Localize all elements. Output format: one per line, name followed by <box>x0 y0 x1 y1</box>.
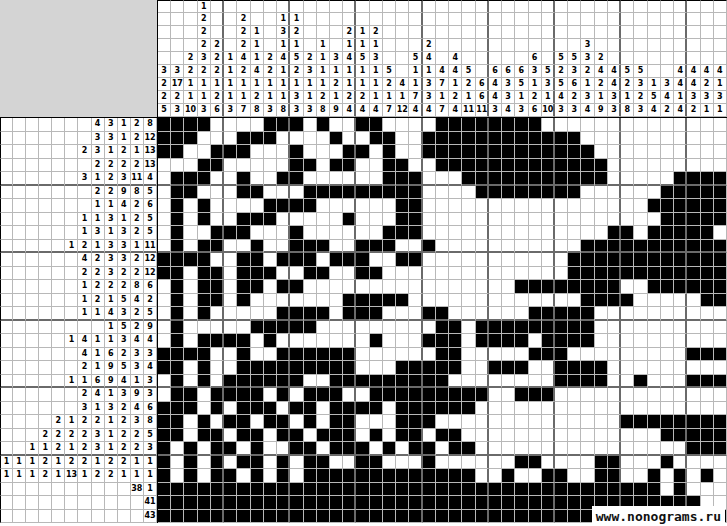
grid-cell[interactable] <box>568 280 581 294</box>
grid-cell[interactable] <box>714 307 727 321</box>
grid-cell[interactable] <box>198 280 211 294</box>
grid-cell[interactable] <box>198 199 211 213</box>
grid-cell[interactable] <box>661 186 674 200</box>
grid-cell[interactable] <box>581 240 594 254</box>
grid-cell[interactable] <box>634 429 647 443</box>
grid-cell[interactable] <box>515 375 528 389</box>
grid-cell[interactable] <box>555 132 568 146</box>
grid-cell[interactable] <box>714 442 727 456</box>
grid-cell[interactable] <box>568 132 581 146</box>
grid-cell[interactable] <box>581 294 594 308</box>
grid-cell[interactable] <box>409 280 422 294</box>
grid-cell[interactable] <box>555 388 568 402</box>
grid-cell[interactable] <box>515 267 528 281</box>
grid-cell[interactable] <box>224 267 237 281</box>
grid-cell[interactable] <box>648 226 661 240</box>
grid-cell[interactable] <box>515 402 528 416</box>
grid-cell[interactable] <box>595 321 608 335</box>
grid-cell[interactable] <box>568 456 581 470</box>
grid-cell[interactable] <box>356 415 369 429</box>
grid-cell[interactable] <box>701 186 714 200</box>
grid-cell[interactable] <box>423 375 436 389</box>
grid-cell[interactable] <box>608 307 621 321</box>
grid-cell[interactable] <box>714 199 727 213</box>
grid-cell[interactable] <box>489 456 502 470</box>
grid-cell[interactable] <box>237 307 250 321</box>
grid-cell[interactable] <box>529 334 542 348</box>
grid-cell[interactable] <box>211 483 224 497</box>
grid-cell[interactable] <box>555 226 568 240</box>
grid-cell[interactable] <box>687 132 700 146</box>
grid-cell[interactable] <box>330 321 343 335</box>
grid-cell[interactable] <box>198 118 211 132</box>
grid-cell[interactable] <box>158 415 171 429</box>
grid-cell[interactable] <box>714 213 727 227</box>
grid-cell[interactable] <box>515 388 528 402</box>
grid-cell[interactable] <box>462 334 475 348</box>
grid-cell[interactable] <box>701 267 714 281</box>
grid-cell[interactable] <box>184 321 197 335</box>
grid-cell[interactable] <box>568 186 581 200</box>
grid-cell[interactable] <box>568 267 581 281</box>
grid-cell[interactable] <box>396 145 409 159</box>
grid-cell[interactable] <box>211 402 224 416</box>
grid-cell[interactable] <box>198 321 211 335</box>
grid-cell[interactable] <box>290 334 303 348</box>
grid-cell[interactable] <box>264 483 277 497</box>
grid-cell[interactable] <box>634 361 647 375</box>
grid-cell[interactable] <box>423 132 436 146</box>
grid-cell[interactable] <box>277 375 290 389</box>
grid-cell[interactable] <box>595 402 608 416</box>
grid-cell[interactable] <box>581 145 594 159</box>
grid-cell[interactable] <box>449 442 462 456</box>
grid-cell[interactable] <box>211 307 224 321</box>
grid-cell[interactable] <box>158 456 171 470</box>
grid-cell[interactable] <box>714 388 727 402</box>
grid-cell[interactable] <box>674 240 687 254</box>
grid-cell[interactable] <box>449 253 462 267</box>
grid-cell[interactable] <box>648 402 661 416</box>
grid-cell[interactable] <box>343 361 356 375</box>
grid-cell[interactable] <box>568 429 581 443</box>
grid-cell[interactable] <box>608 280 621 294</box>
grid-cell[interactable] <box>158 213 171 227</box>
grid-cell[interactable] <box>608 442 621 456</box>
grid-cell[interactable] <box>555 172 568 186</box>
grid-cell[interactable] <box>595 442 608 456</box>
grid-cell[interactable] <box>396 510 409 524</box>
grid-cell[interactable] <box>409 226 422 240</box>
grid-cell[interactable] <box>423 361 436 375</box>
grid-cell[interactable] <box>674 145 687 159</box>
grid-cell[interactable] <box>211 361 224 375</box>
grid-cell[interactable] <box>568 402 581 416</box>
grid-cell[interactable] <box>211 186 224 200</box>
grid-cell[interactable] <box>224 280 237 294</box>
grid-cell[interactable] <box>608 186 621 200</box>
grid-cell[interactable] <box>436 348 449 362</box>
grid-cell[interactable] <box>608 321 621 335</box>
grid-cell[interactable] <box>621 307 634 321</box>
grid-cell[interactable] <box>224 240 237 254</box>
grid-cell[interactable] <box>489 415 502 429</box>
grid-cell[interactable] <box>661 267 674 281</box>
grid-cell[interactable] <box>317 442 330 456</box>
grid-cell[interactable] <box>714 469 727 483</box>
grid-cell[interactable] <box>370 253 383 267</box>
grid-cell[interactable] <box>462 375 475 389</box>
grid-cell[interactable] <box>251 226 264 240</box>
grid-cell[interactable] <box>714 280 727 294</box>
grid-cell[interactable] <box>184 429 197 443</box>
grid-cell[interactable] <box>581 172 594 186</box>
grid-cell[interactable] <box>237 334 250 348</box>
grid-cell[interactable] <box>158 267 171 281</box>
grid-cell[interactable] <box>237 442 250 456</box>
grid-cell[interactable] <box>515 172 528 186</box>
grid-cell[interactable] <box>608 132 621 146</box>
grid-cell[interactable] <box>423 118 436 132</box>
grid-cell[interactable] <box>423 267 436 281</box>
grid-cell[interactable] <box>343 199 356 213</box>
grid-cell[interactable] <box>370 510 383 524</box>
grid-cell[interactable] <box>317 186 330 200</box>
grid-cell[interactable] <box>343 294 356 308</box>
grid-cell[interactable] <box>370 388 383 402</box>
grid-cell[interactable] <box>648 334 661 348</box>
grid-cell[interactable] <box>396 226 409 240</box>
grid-cell[interactable] <box>542 361 555 375</box>
grid-cell[interactable] <box>436 496 449 510</box>
grid-cell[interactable] <box>555 361 568 375</box>
grid-cell[interactable] <box>317 510 330 524</box>
grid-cell[interactable] <box>674 361 687 375</box>
grid-cell[interactable] <box>621 145 634 159</box>
grid-cell[interactable] <box>476 253 489 267</box>
grid-cell[interactable] <box>555 429 568 443</box>
grid-cell[interactable] <box>714 240 727 254</box>
grid-cell[interactable] <box>251 375 264 389</box>
grid-cell[interactable] <box>343 145 356 159</box>
grid-cell[interactable] <box>568 172 581 186</box>
grid-cell[interactable] <box>502 213 515 227</box>
grid-cell[interactable] <box>568 361 581 375</box>
grid-cell[interactable] <box>462 199 475 213</box>
grid-cell[interactable] <box>542 186 555 200</box>
grid-cell[interactable] <box>198 442 211 456</box>
grid-cell[interactable] <box>568 415 581 429</box>
grid-cell[interactable] <box>476 186 489 200</box>
grid-cell[interactable] <box>171 199 184 213</box>
grid-cell[interactable] <box>409 240 422 254</box>
grid-cell[interactable] <box>317 267 330 281</box>
grid-cell[interactable] <box>370 172 383 186</box>
grid-cell[interactable] <box>621 226 634 240</box>
grid-cell[interactable] <box>462 321 475 335</box>
grid-cell[interactable] <box>304 280 317 294</box>
grid-cell[interactable] <box>290 253 303 267</box>
grid-cell[interactable] <box>277 510 290 524</box>
grid-cell[interactable] <box>277 415 290 429</box>
grid-cell[interactable] <box>158 172 171 186</box>
grid-cell[interactable] <box>423 213 436 227</box>
grid-cell[interactable] <box>701 213 714 227</box>
grid-cell[interactable] <box>343 456 356 470</box>
grid-cell[interactable] <box>184 280 197 294</box>
grid-cell[interactable] <box>317 145 330 159</box>
grid-cell[interactable] <box>184 118 197 132</box>
grid-cell[interactable] <box>701 456 714 470</box>
grid-cell[interactable] <box>409 334 422 348</box>
grid-cell[interactable] <box>290 483 303 497</box>
grid-cell[interactable] <box>383 172 396 186</box>
grid-cell[interactable] <box>409 510 422 524</box>
grid-cell[interactable] <box>317 253 330 267</box>
grid-cell[interactable] <box>449 307 462 321</box>
grid-cell[interactable] <box>648 280 661 294</box>
grid-cell[interactable] <box>581 132 594 146</box>
grid-cell[interactable] <box>224 118 237 132</box>
grid-cell[interactable] <box>383 510 396 524</box>
grid-cell[interactable] <box>264 159 277 173</box>
grid-cell[interactable] <box>476 402 489 416</box>
grid-cell[interactable] <box>581 456 594 470</box>
grid-cell[interactable] <box>436 294 449 308</box>
grid-cell[interactable] <box>330 442 343 456</box>
grid-cell[interactable] <box>581 213 594 227</box>
grid-cell[interactable] <box>198 402 211 416</box>
grid-cell[interactable] <box>158 429 171 443</box>
grid-cell[interactable] <box>184 483 197 497</box>
grid-cell[interactable] <box>555 240 568 254</box>
grid-cell[interactable] <box>396 388 409 402</box>
grid-cell[interactable] <box>409 415 422 429</box>
grid-cell[interactable] <box>317 240 330 254</box>
grid-cell[interactable] <box>542 483 555 497</box>
grid-cell[interactable] <box>489 280 502 294</box>
grid-cell[interactable] <box>251 294 264 308</box>
grid-cell[interactable] <box>211 253 224 267</box>
grid-cell[interactable] <box>237 267 250 281</box>
grid-cell[interactable] <box>462 483 475 497</box>
grid-cell[interactable] <box>449 483 462 497</box>
grid-cell[interactable] <box>171 267 184 281</box>
grid-cell[interactable] <box>251 199 264 213</box>
grid-cell[interactable] <box>542 145 555 159</box>
grid-cell[interactable] <box>409 496 422 510</box>
grid-cell[interactable] <box>648 267 661 281</box>
grid-cell[interactable] <box>198 240 211 254</box>
grid-cell[interactable] <box>462 429 475 443</box>
grid-cell[interactable] <box>330 456 343 470</box>
grid-cell[interactable] <box>184 240 197 254</box>
grid-cell[interactable] <box>634 280 647 294</box>
grid-cell[interactable] <box>251 118 264 132</box>
grid-cell[interactable] <box>171 159 184 173</box>
grid-cell[interactable] <box>330 294 343 308</box>
grid-cell[interactable] <box>462 402 475 416</box>
grid-cell[interactable] <box>462 240 475 254</box>
grid-cell[interactable] <box>595 388 608 402</box>
grid-cell[interactable] <box>171 429 184 443</box>
grid-cell[interactable] <box>581 118 594 132</box>
grid-cell[interactable] <box>502 415 515 429</box>
grid-cell[interactable] <box>423 226 436 240</box>
grid-cell[interactable] <box>529 388 542 402</box>
grid-cell[interactable] <box>356 267 369 281</box>
grid-cell[interactable] <box>687 388 700 402</box>
grid-cell[interactable] <box>423 172 436 186</box>
grid-cell[interactable] <box>184 469 197 483</box>
grid-cell[interactable] <box>237 253 250 267</box>
grid-cell[interactable] <box>449 118 462 132</box>
grid-cell[interactable] <box>370 483 383 497</box>
grid-cell[interactable] <box>423 496 436 510</box>
grid-cell[interactable] <box>158 280 171 294</box>
grid-cell[interactable] <box>595 226 608 240</box>
grid-cell[interactable] <box>687 307 700 321</box>
grid-cell[interactable] <box>529 348 542 362</box>
grid-cell[interactable] <box>515 496 528 510</box>
grid-cell[interactable] <box>224 510 237 524</box>
grid-cell[interactable] <box>343 348 356 362</box>
grid-cell[interactable] <box>502 348 515 362</box>
grid-cell[interactable] <box>687 456 700 470</box>
grid-cell[interactable] <box>237 483 250 497</box>
grid-cell[interactable] <box>489 132 502 146</box>
grid-cell[interactable] <box>661 240 674 254</box>
grid-cell[interactable] <box>409 348 422 362</box>
grid-cell[interactable] <box>542 510 555 524</box>
grid-cell[interactable] <box>343 510 356 524</box>
grid-cell[interactable] <box>608 429 621 443</box>
grid-cell[interactable] <box>343 429 356 443</box>
grid-cell[interactable] <box>370 402 383 416</box>
grid-cell[interactable] <box>621 118 634 132</box>
grid-cell[interactable] <box>489 199 502 213</box>
grid-cell[interactable] <box>264 186 277 200</box>
grid-cell[interactable] <box>621 294 634 308</box>
grid-cell[interactable] <box>674 429 687 443</box>
grid-cell[interactable] <box>634 145 647 159</box>
grid-cell[interactable] <box>462 361 475 375</box>
grid-cell[interactable] <box>237 348 250 362</box>
grid-cell[interactable] <box>198 348 211 362</box>
grid-cell[interactable] <box>595 240 608 254</box>
grid-cell[interactable] <box>568 226 581 240</box>
grid-cell[interactable] <box>396 118 409 132</box>
grid-cell[interactable] <box>595 199 608 213</box>
grid-cell[interactable] <box>502 132 515 146</box>
grid-cell[interactable] <box>356 159 369 173</box>
grid-cell[interactable] <box>648 253 661 267</box>
grid-cell[interactable] <box>502 240 515 254</box>
grid-cell[interactable] <box>184 253 197 267</box>
grid-cell[interactable] <box>529 294 542 308</box>
grid-cell[interactable] <box>542 442 555 456</box>
grid-cell[interactable] <box>184 159 197 173</box>
grid-cell[interactable] <box>356 469 369 483</box>
grid-cell[interactable] <box>290 510 303 524</box>
grid-cell[interactable] <box>542 253 555 267</box>
grid-cell[interactable] <box>317 375 330 389</box>
grid-cell[interactable] <box>290 496 303 510</box>
grid-cell[interactable] <box>171 361 184 375</box>
grid-cell[interactable] <box>370 186 383 200</box>
grid-cell[interactable] <box>409 321 422 335</box>
grid-cell[interactable] <box>529 469 542 483</box>
grid-cell[interactable] <box>502 186 515 200</box>
grid-cell[interactable] <box>409 267 422 281</box>
grid-cell[interactable] <box>383 483 396 497</box>
grid-cell[interactable] <box>409 361 422 375</box>
grid-cell[interactable] <box>184 456 197 470</box>
grid-cell[interactable] <box>251 186 264 200</box>
grid-cell[interactable] <box>251 321 264 335</box>
grid-cell[interactable] <box>356 294 369 308</box>
grid-cell[interactable] <box>290 186 303 200</box>
grid-cell[interactable] <box>674 415 687 429</box>
grid-cell[interactable] <box>237 456 250 470</box>
grid-cell[interactable] <box>343 159 356 173</box>
grid-cell[interactable] <box>462 294 475 308</box>
grid-cell[interactable] <box>648 172 661 186</box>
grid-cell[interactable] <box>304 226 317 240</box>
grid-cell[interactable] <box>595 348 608 362</box>
grid-cell[interactable] <box>436 402 449 416</box>
grid-cell[interactable] <box>198 132 211 146</box>
grid-cell[interactable] <box>581 186 594 200</box>
grid-cell[interactable] <box>184 415 197 429</box>
grid-cell[interactable] <box>621 334 634 348</box>
grid-cell[interactable] <box>251 253 264 267</box>
grid-cell[interactable] <box>211 442 224 456</box>
grid-cell[interactable] <box>687 145 700 159</box>
grid-cell[interactable] <box>383 456 396 470</box>
grid-cell[interactable] <box>529 496 542 510</box>
grid-cell[interactable] <box>701 415 714 429</box>
grid-cell[interactable] <box>317 172 330 186</box>
grid-cell[interactable] <box>701 159 714 173</box>
grid-cell[interactable] <box>476 361 489 375</box>
grid-cell[interactable] <box>608 199 621 213</box>
grid-cell[interactable] <box>701 348 714 362</box>
grid-cell[interactable] <box>595 294 608 308</box>
grid-cell[interactable] <box>304 348 317 362</box>
grid-cell[interactable] <box>330 226 343 240</box>
grid-cell[interactable] <box>714 118 727 132</box>
grid-cell[interactable] <box>304 496 317 510</box>
grid-cell[interactable] <box>396 280 409 294</box>
grid-cell[interactable] <box>701 294 714 308</box>
grid-cell[interactable] <box>198 510 211 524</box>
grid-cell[interactable] <box>356 334 369 348</box>
grid-cell[interactable] <box>264 456 277 470</box>
grid-cell[interactable] <box>317 226 330 240</box>
grid-cell[interactable] <box>634 402 647 416</box>
grid-cell[interactable] <box>224 388 237 402</box>
grid-cell[interactable] <box>184 442 197 456</box>
grid-cell[interactable] <box>462 456 475 470</box>
grid-cell[interactable] <box>661 456 674 470</box>
grid-cell[interactable] <box>476 496 489 510</box>
grid-cell[interactable] <box>251 307 264 321</box>
grid-cell[interactable] <box>436 186 449 200</box>
grid-cell[interactable] <box>701 469 714 483</box>
grid-cell[interactable] <box>568 483 581 497</box>
grid-cell[interactable] <box>304 267 317 281</box>
